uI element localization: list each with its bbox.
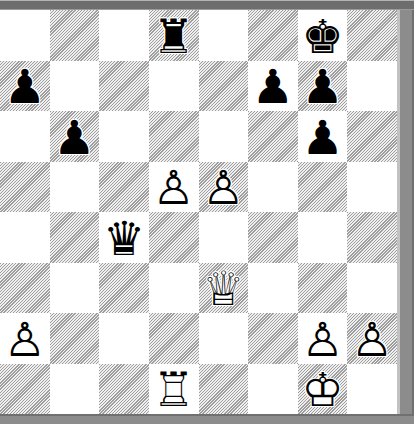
white-pawn-a2: ♙ (4, 316, 46, 363)
square-e6[interactable] (199, 111, 249, 162)
square-c3[interactable] (99, 263, 149, 314)
square-f6[interactable] (248, 111, 298, 162)
square-b5[interactable] (50, 162, 100, 213)
square-e7[interactable] (199, 61, 249, 112)
board-frame-top (0, 0, 414, 10)
square-d7[interactable] (149, 61, 199, 112)
square-f7[interactable]: ♟ (248, 61, 298, 112)
board-frame-right (397, 10, 414, 414)
square-d6[interactable] (149, 111, 199, 162)
square-c5[interactable] (99, 162, 149, 213)
square-g4[interactable] (298, 212, 348, 263)
square-g3[interactable] (298, 263, 348, 314)
square-f2[interactable] (248, 313, 298, 364)
square-f8[interactable] (248, 10, 298, 61)
black-pawn-b6: ♟ (53, 114, 95, 161)
black-pawn-a7: ♟ (4, 63, 46, 110)
white-rook-d1: ♖ (153, 366, 195, 413)
square-e3[interactable]: ♕ (199, 263, 249, 314)
square-d8[interactable]: ♜ (149, 10, 199, 61)
square-h7[interactable] (347, 61, 397, 112)
black-queen-c4: ♛ (103, 215, 145, 262)
square-b7[interactable] (50, 61, 100, 112)
square-d4[interactable] (149, 212, 199, 263)
black-pawn-g7: ♟ (301, 63, 343, 110)
square-a1[interactable] (0, 364, 50, 415)
square-e1[interactable] (199, 364, 249, 415)
square-h2[interactable]: ♙ (347, 313, 397, 364)
square-f5[interactable] (248, 162, 298, 213)
square-f1[interactable] (248, 364, 298, 415)
square-f4[interactable] (248, 212, 298, 263)
black-king-g8: ♚ (301, 13, 343, 60)
square-d3[interactable] (149, 263, 199, 314)
square-b2[interactable] (50, 313, 100, 364)
square-h4[interactable] (347, 212, 397, 263)
square-g2[interactable]: ♙ (298, 313, 348, 364)
square-h3[interactable] (347, 263, 397, 314)
black-rook-d8: ♜ (153, 13, 195, 60)
white-pawn-d5: ♙ (153, 164, 195, 211)
square-b4[interactable] (50, 212, 100, 263)
square-d1[interactable]: ♖ (149, 364, 199, 415)
square-e8[interactable] (199, 10, 249, 61)
square-g1[interactable]: ♔ (298, 364, 348, 415)
square-b3[interactable] (50, 263, 100, 314)
square-a7[interactable]: ♟ (0, 61, 50, 112)
square-h1[interactable] (347, 364, 397, 415)
square-g5[interactable] (298, 162, 348, 213)
square-c2[interactable] (99, 313, 149, 364)
square-b1[interactable] (50, 364, 100, 415)
white-queen-e3: ♕ (202, 265, 244, 312)
chess-diagram: ♜♚♟♟♟♟♟♙♙♛♕♙♙♙♖♔ (0, 0, 414, 424)
square-a8[interactable] (0, 10, 50, 61)
square-h5[interactable] (347, 162, 397, 213)
square-h8[interactable] (347, 10, 397, 61)
black-pawn-f7: ♟ (252, 63, 294, 110)
square-a6[interactable] (0, 111, 50, 162)
square-b6[interactable]: ♟ (50, 111, 100, 162)
square-c1[interactable] (99, 364, 149, 415)
square-c6[interactable] (99, 111, 149, 162)
square-b8[interactable] (50, 10, 100, 61)
square-g7[interactable]: ♟ (298, 61, 348, 112)
square-e5[interactable]: ♙ (199, 162, 249, 213)
square-e4[interactable] (199, 212, 249, 263)
square-a3[interactable] (0, 263, 50, 314)
square-a4[interactable] (0, 212, 50, 263)
square-g6[interactable]: ♟ (298, 111, 348, 162)
square-c8[interactable] (99, 10, 149, 61)
square-c7[interactable] (99, 61, 149, 112)
white-pawn-h2: ♙ (351, 316, 393, 363)
square-a5[interactable] (0, 162, 50, 213)
white-pawn-e5: ♙ (202, 164, 244, 211)
square-d2[interactable] (149, 313, 199, 364)
square-c4[interactable]: ♛ (99, 212, 149, 263)
square-g8[interactable]: ♚ (298, 10, 348, 61)
square-e2[interactable] (199, 313, 249, 364)
square-a2[interactable]: ♙ (0, 313, 50, 364)
white-king-g1: ♔ (301, 366, 343, 413)
square-h6[interactable] (347, 111, 397, 162)
square-f3[interactable] (248, 263, 298, 314)
square-d5[interactable]: ♙ (149, 162, 199, 213)
board-frame-bottom (0, 414, 414, 424)
chess-board: ♜♚♟♟♟♟♟♙♙♛♕♙♙♙♖♔ (0, 10, 397, 414)
white-pawn-g2: ♙ (301, 316, 343, 363)
black-pawn-g6: ♟ (301, 114, 343, 161)
